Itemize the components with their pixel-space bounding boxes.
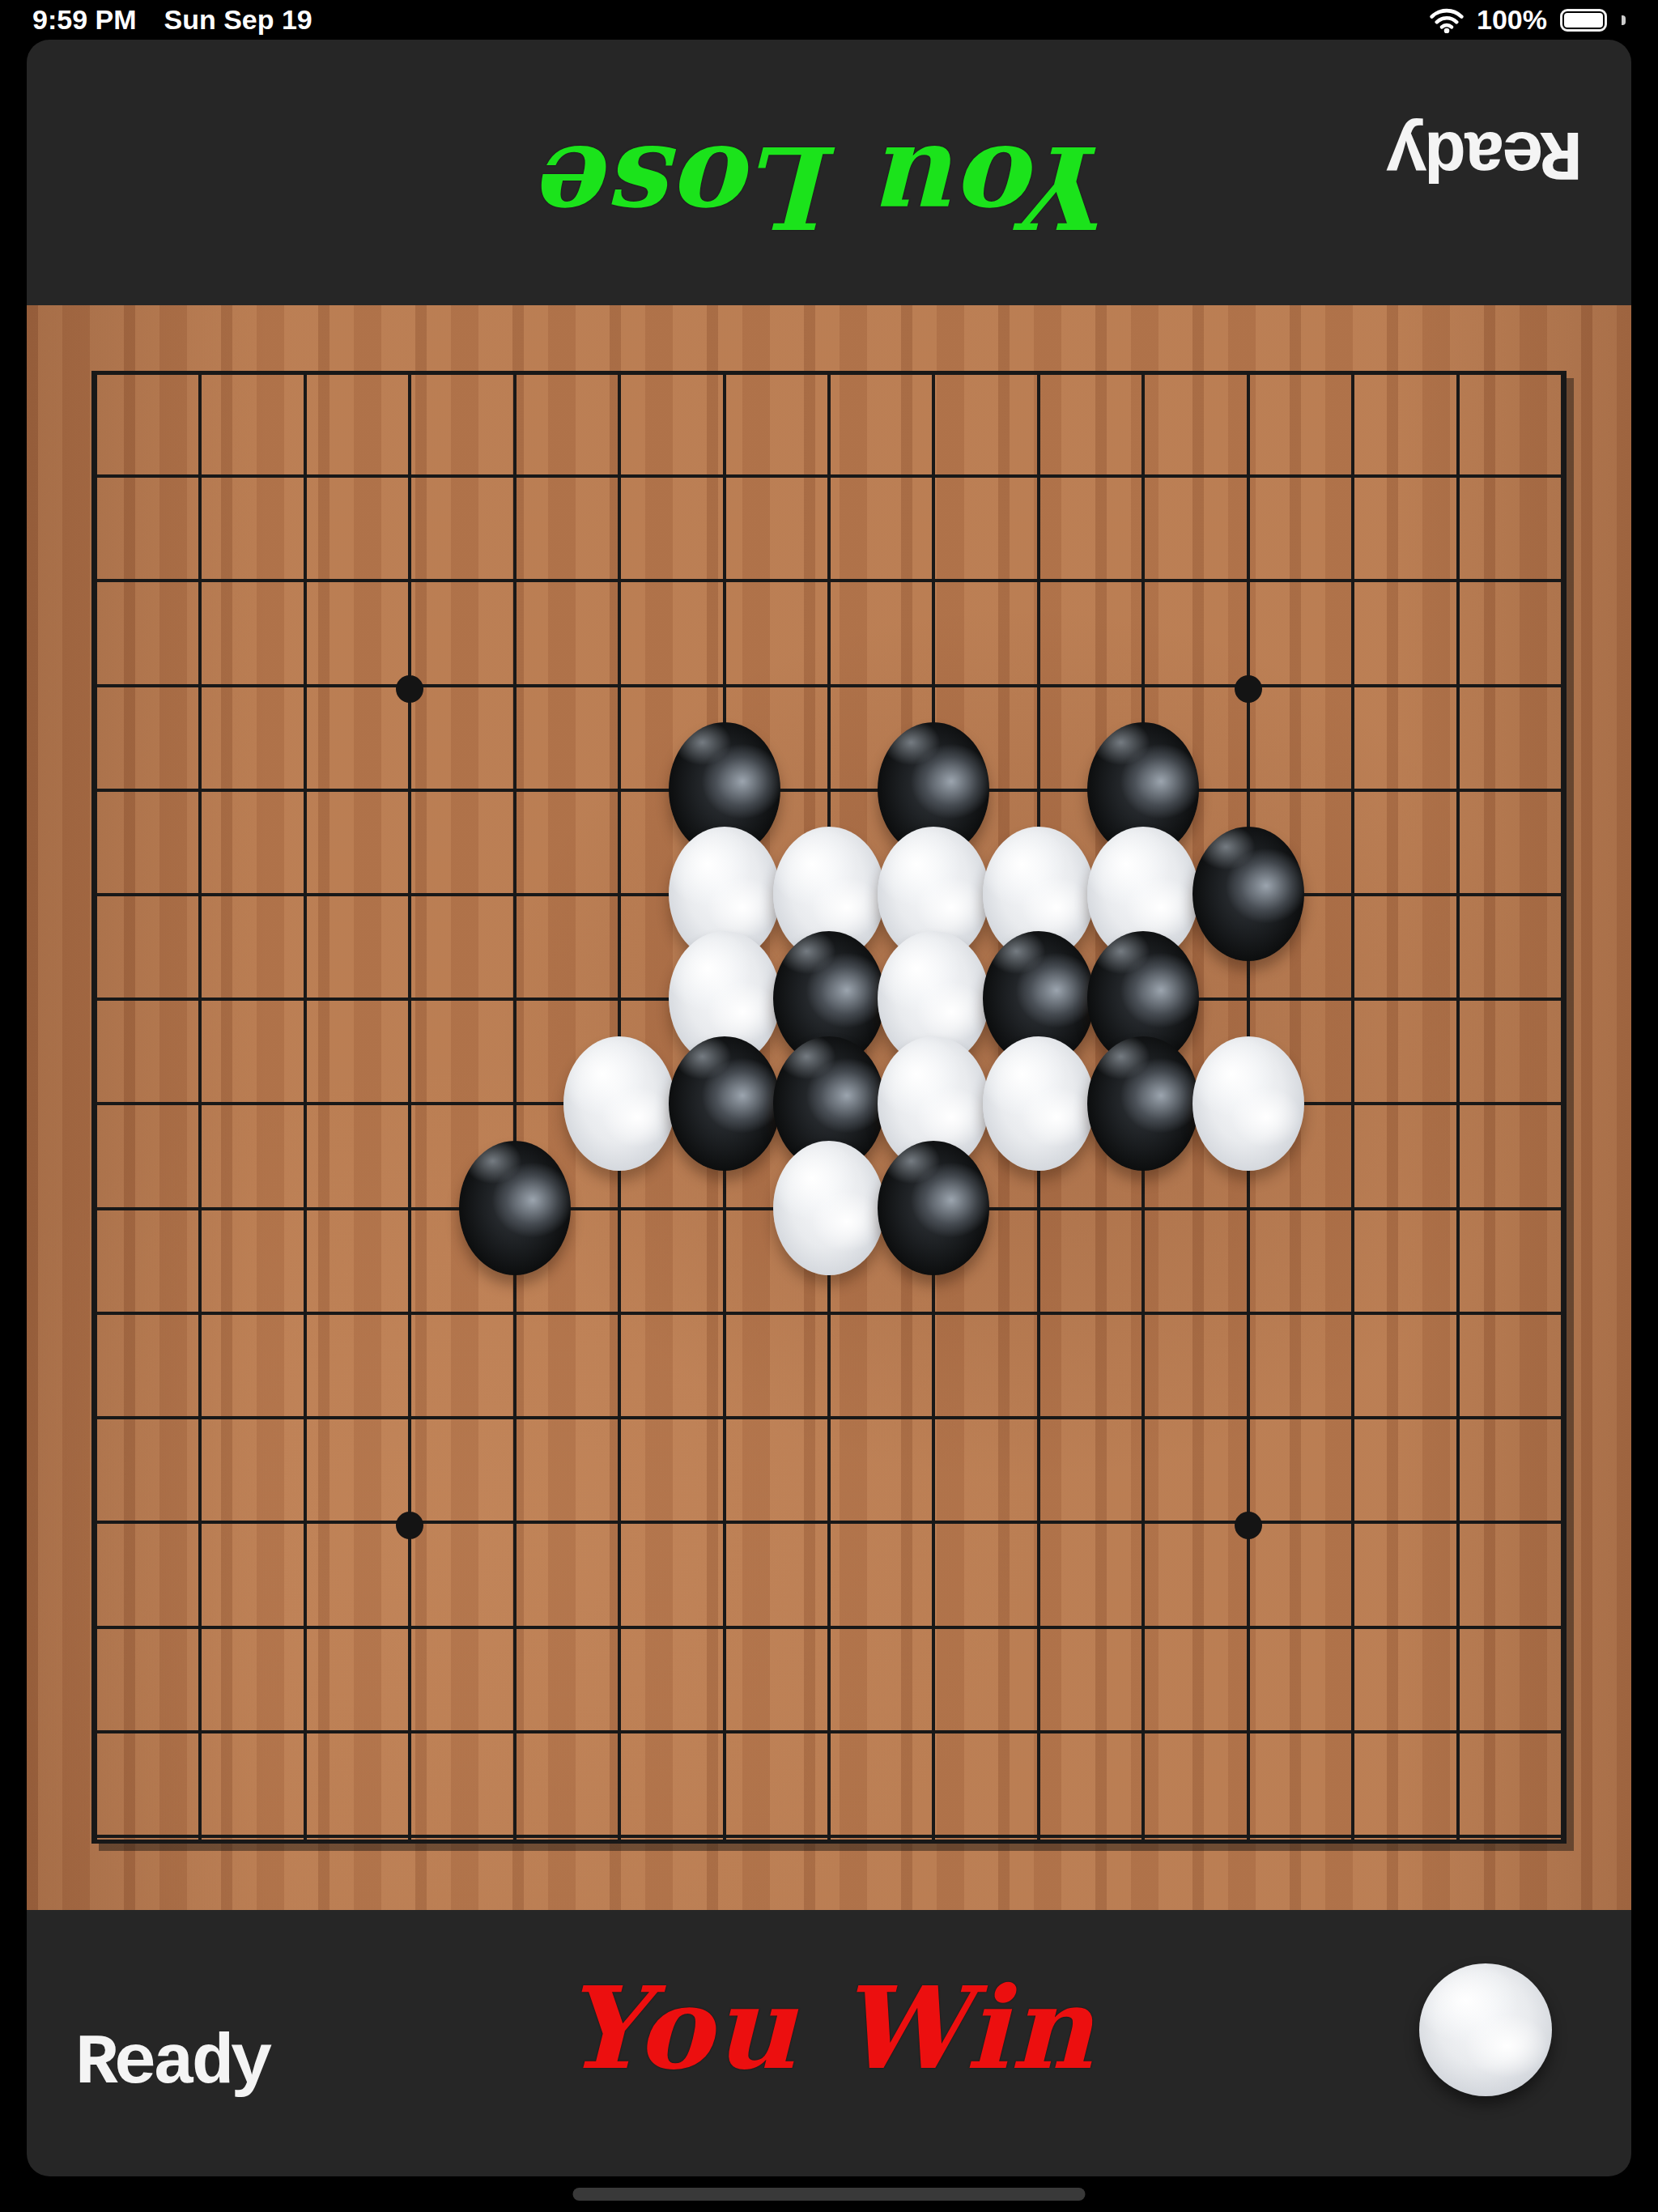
opponent-panel-rotated-content: Ready You Lose [27, 40, 1631, 305]
battery-fill [1564, 13, 1603, 28]
battery-nub [1622, 15, 1626, 25]
battery-percent: 100% [1477, 4, 1547, 36]
opponent-panel: Ready You Lose [27, 40, 1631, 305]
status-time: 9:59 PM [32, 4, 137, 36]
opponent-result-text: You Lose [27, 121, 1631, 253]
tray-stone-white [1419, 1963, 1552, 2096]
white-stone [563, 1036, 675, 1171]
white-stone [983, 1036, 1095, 1171]
black-stone [459, 1141, 571, 1275]
star-point [1235, 1512, 1262, 1539]
status-bar-right: 100% [1430, 4, 1626, 36]
status-bar-left: 9:59 PM Sun Sep 19 [32, 4, 312, 36]
white-stone [1192, 1036, 1304, 1171]
player-panel: Ready You Win [27, 1910, 1631, 2176]
black-stone [1087, 1036, 1199, 1171]
stones-layer [96, 375, 1562, 1840]
star-point [1235, 675, 1262, 703]
wifi-icon [1430, 7, 1464, 33]
player-result-text: You Win [27, 1962, 1631, 2095]
status-bar: 9:59 PM Sun Sep 19 100% [0, 0, 1658, 40]
battery-icon [1560, 9, 1607, 32]
goban[interactable] [27, 305, 1631, 1910]
star-point [396, 1512, 423, 1539]
black-stone [1192, 827, 1304, 961]
app-screen: 9:59 PM Sun Sep 19 100% Ready You Lose R… [0, 0, 1658, 2212]
status-date: Sun Sep 19 [164, 4, 312, 36]
black-stone [878, 1141, 989, 1275]
home-indicator[interactable] [573, 2188, 1086, 2201]
black-stone [669, 1036, 780, 1171]
white-stone [773, 1141, 885, 1275]
star-point [396, 675, 423, 703]
